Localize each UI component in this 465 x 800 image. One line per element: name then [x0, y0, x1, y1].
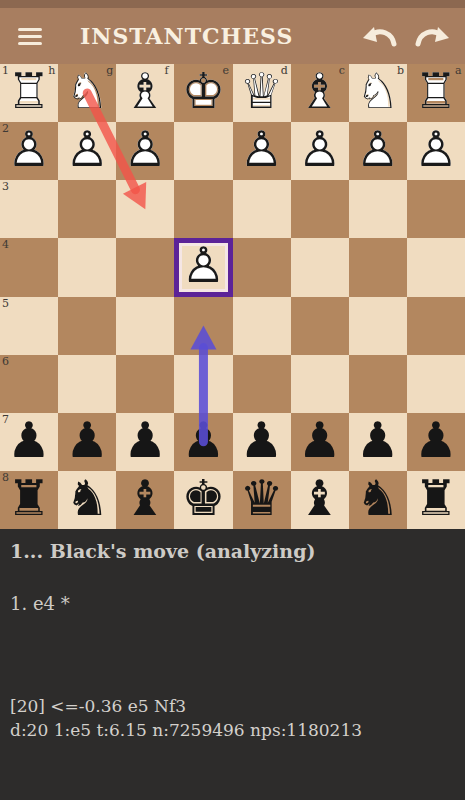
square-g4[interactable]: [58, 238, 116, 296]
square-d5[interactable]: [233, 297, 291, 355]
file-label-a: a: [455, 64, 462, 77]
square-e2[interactable]: [174, 122, 232, 180]
piece-black-rook[interactable]: ♜: [407, 471, 465, 529]
square-a8[interactable]: ♜: [407, 471, 465, 529]
square-b4[interactable]: [349, 238, 407, 296]
piece-black-pawn[interactable]: ♟: [407, 413, 465, 471]
square-e3[interactable]: [174, 180, 232, 238]
square-g8[interactable]: ♞: [58, 471, 116, 529]
file-label-g: g: [106, 64, 113, 77]
piece-glyph-fill: ♟: [291, 413, 349, 471]
rank-label-4: 4: [2, 238, 9, 251]
square-b6[interactable]: [349, 355, 407, 413]
square-e6[interactable]: [174, 355, 232, 413]
rank-label-1: 1: [2, 64, 9, 77]
piece-black-queen[interactable]: ♛: [233, 471, 291, 529]
nav-icons: [361, 24, 451, 48]
square-g2[interactable]: ♟♙: [58, 122, 116, 180]
hamburger-menu-icon[interactable]: [18, 28, 42, 45]
square-d3[interactable]: [233, 180, 291, 238]
square-f6[interactable]: [116, 355, 174, 413]
square-c4[interactable]: [291, 238, 349, 296]
hamburger-bar: [18, 35, 42, 38]
square-a3[interactable]: [407, 180, 465, 238]
piece-black-knight[interactable]: ♞: [58, 471, 116, 529]
square-d7[interactable]: ♟: [233, 413, 291, 471]
square-c8[interactable]: ♝: [291, 471, 349, 529]
piece-black-knight[interactable]: ♞: [349, 471, 407, 529]
engine-stats-line: d:20 1:e5 t:6.15 n:7259496 nps:1180213: [10, 718, 362, 742]
piece-glyph-outline: ♙: [291, 122, 349, 180]
square-b7[interactable]: ♟: [349, 413, 407, 471]
piece-black-pawn[interactable]: ♟: [233, 413, 291, 471]
rank-label-6: 6: [2, 355, 9, 368]
piece-black-king[interactable]: ♚: [174, 471, 232, 529]
analysis-panel: 1... Black's move (analyzing) 1. e4 * [2…: [0, 529, 465, 800]
piece-white-pawn[interactable]: ♟♙: [349, 122, 407, 180]
file-label-c: c: [339, 64, 345, 77]
square-f7[interactable]: ♟: [116, 413, 174, 471]
app-bar: INSTANTCHESS: [0, 8, 465, 64]
square-a4[interactable]: [407, 238, 465, 296]
rank-label-5: 5: [2, 297, 9, 310]
piece-white-pawn[interactable]: ♟♙: [116, 122, 174, 180]
piece-white-pawn[interactable]: ♟♙: [58, 122, 116, 180]
piece-glyph-fill: ♝: [116, 471, 174, 529]
square-d8[interactable]: ♛: [233, 471, 291, 529]
rank-label-7: 7: [2, 413, 9, 426]
square-e5[interactable]: [174, 297, 232, 355]
piece-glyph-fill: ♟: [407, 413, 465, 471]
move-status-text: 1... Black's move (analyzing): [10, 540, 315, 562]
square-f4[interactable]: [116, 238, 174, 296]
piece-glyph-fill: ♟: [116, 413, 174, 471]
move-list-text: 1. e4 *: [10, 593, 70, 614]
square-c2[interactable]: ♟♙: [291, 122, 349, 180]
piece-glyph-fill: ♟: [349, 413, 407, 471]
piece-glyph-outline: ♙: [407, 122, 465, 180]
app-screen: INSTANTCHESS ♜♖♞♘♝♗♚♔♛♕♝♗♞♘♜♖♟♙♟♙♟♙♟♙♟♙♟…: [0, 0, 465, 800]
piece-black-pawn[interactable]: ♟: [291, 413, 349, 471]
rank-label-2: 2: [2, 122, 9, 135]
square-f8[interactable]: ♝: [116, 471, 174, 529]
piece-white-pawn[interactable]: ♟♙: [233, 122, 291, 180]
undo-arrow-icon[interactable]: [361, 24, 397, 48]
app-title: INSTANTCHESS: [80, 23, 361, 49]
piece-white-pawn[interactable]: ♟♙: [407, 122, 465, 180]
piece-glyph-fill: ♝: [291, 471, 349, 529]
file-label-e: e: [223, 64, 230, 77]
square-d4[interactable]: [233, 238, 291, 296]
file-label-h: h: [48, 64, 55, 77]
rank-label-8: 8: [2, 471, 9, 484]
square-g7[interactable]: ♟: [58, 413, 116, 471]
rank-label-3: 3: [2, 180, 9, 193]
piece-glyph-outline: ♙: [233, 122, 291, 180]
file-label-b: b: [397, 64, 404, 77]
chess-board: ♜♖♞♘♝♗♚♔♛♕♝♗♞♘♜♖♟♙♟♙♟♙♟♙♟♙♟♙♟♙♟♙♟♟♟♟♟♟♟♟…: [0, 64, 465, 529]
engine-eval-line: [20] <=-0.36 e5 Nf3: [10, 694, 362, 718]
square-c3[interactable]: [291, 180, 349, 238]
square-f2[interactable]: ♟♙: [116, 122, 174, 180]
square-g6[interactable]: [58, 355, 116, 413]
square-c6[interactable]: [291, 355, 349, 413]
file-label-d: d: [281, 64, 288, 77]
piece-glyph-fill: ♛: [233, 471, 291, 529]
piece-glyph-fill: ♟: [174, 413, 232, 471]
square-c5[interactable]: [291, 297, 349, 355]
square-a6[interactable]: [407, 355, 465, 413]
engine-output: [20] <=-0.36 e5 Nf3 d:20 1:e5 t:6.15 n:7…: [10, 694, 362, 742]
square-d6[interactable]: [233, 355, 291, 413]
hamburger-bar: [18, 42, 42, 45]
status-bar-strip: [0, 0, 465, 8]
piece-black-pawn[interactable]: ♟: [58, 413, 116, 471]
square-g3[interactable]: [58, 180, 116, 238]
square-a2[interactable]: ♟♙: [407, 122, 465, 180]
square-e8[interactable]: ♚: [174, 471, 232, 529]
square-a7[interactable]: ♟: [407, 413, 465, 471]
redo-arrow-icon[interactable]: [415, 24, 451, 48]
square-b5[interactable]: [349, 297, 407, 355]
piece-glyph-fill: ♞: [58, 471, 116, 529]
square-e7[interactable]: ♟: [174, 413, 232, 471]
piece-black-bishop[interactable]: ♝: [116, 471, 174, 529]
square-d2[interactable]: ♟♙: [233, 122, 291, 180]
piece-glyph-outline: ♙: [58, 122, 116, 180]
square-a5[interactable]: [407, 297, 465, 355]
square-f3[interactable]: [116, 180, 174, 238]
piece-black-pawn[interactable]: ♟: [349, 413, 407, 471]
piece-glyph-outline: ♙: [116, 122, 174, 180]
piece-glyph-fill: ♟: [58, 413, 116, 471]
square-b2[interactable]: ♟♙: [349, 122, 407, 180]
piece-glyph-fill: ♞: [349, 471, 407, 529]
square-g5[interactable]: [58, 297, 116, 355]
file-label-f: f: [164, 64, 168, 77]
highlight-last-move-square: [174, 238, 232, 296]
hamburger-bar: [18, 28, 42, 31]
piece-glyph-fill: ♜: [407, 471, 465, 529]
piece-black-pawn[interactable]: ♟: [116, 413, 174, 471]
piece-black-bishop[interactable]: ♝: [291, 471, 349, 529]
square-b3[interactable]: [349, 180, 407, 238]
piece-glyph-fill: ♚: [174, 471, 232, 529]
square-f5[interactable]: [116, 297, 174, 355]
square-b8[interactable]: ♞: [349, 471, 407, 529]
square-c7[interactable]: ♟: [291, 413, 349, 471]
piece-black-pawn[interactable]: ♟: [174, 413, 232, 471]
piece-glyph-outline: ♙: [349, 122, 407, 180]
piece-glyph-fill: ♟: [233, 413, 291, 471]
piece-white-pawn[interactable]: ♟♙: [291, 122, 349, 180]
